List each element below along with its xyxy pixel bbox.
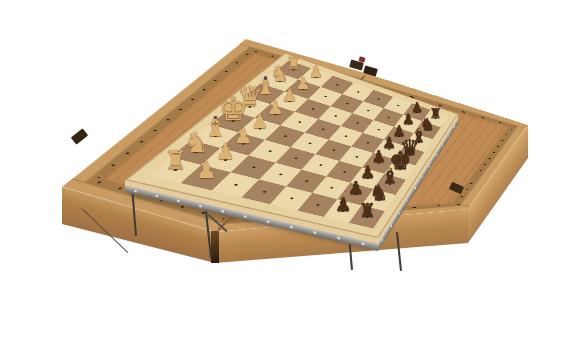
peg-hole bbox=[308, 142, 312, 144]
peg-hole bbox=[426, 129, 429, 131]
peg-hole bbox=[377, 199, 380, 201]
peg-hole bbox=[388, 148, 391, 150]
peg-hole bbox=[194, 151, 199, 153]
peg-hole bbox=[294, 157, 298, 159]
peg-hole bbox=[268, 150, 272, 152]
peg-hole bbox=[387, 116, 390, 118]
peg-hole bbox=[248, 106, 252, 108]
peg-hole bbox=[388, 183, 391, 185]
peg-hole bbox=[279, 173, 283, 175]
peg-hole bbox=[377, 98, 380, 100]
peg-hole bbox=[399, 168, 402, 170]
peg-hole bbox=[324, 96, 327, 98]
peg-hole bbox=[173, 169, 178, 172]
peg-hole bbox=[366, 177, 369, 179]
peg-hole bbox=[283, 135, 287, 137]
peg-hole bbox=[397, 105, 400, 107]
peg-hole bbox=[213, 135, 218, 137]
peg-hole bbox=[298, 121, 302, 123]
travel-chess-set-photo: ♜♞♝♛♚♝♞♜♟♟♟♟♟♟♟♟♟♟♟♟♟♟♟♟♜♞♝♛♚♝♞♜ bbox=[0, 0, 572, 361]
peg-hole bbox=[343, 171, 347, 173]
peg-hole bbox=[263, 93, 267, 95]
peg-hole bbox=[367, 110, 370, 112]
peg-hole bbox=[234, 184, 239, 187]
peg-hole bbox=[417, 142, 420, 144]
peg-hole bbox=[290, 197, 294, 199]
peg-hole bbox=[334, 115, 337, 117]
peg-hole bbox=[305, 180, 309, 182]
peg-hole bbox=[301, 88, 305, 90]
peg-hole bbox=[262, 190, 266, 192]
peg-hole bbox=[241, 143, 245, 145]
peg-hole bbox=[311, 108, 315, 110]
peg-hole bbox=[322, 128, 326, 130]
peg-hole bbox=[316, 204, 320, 206]
peg-hole bbox=[434, 118, 437, 120]
peg-hole bbox=[292, 69, 296, 71]
peg-hole bbox=[357, 91, 360, 93]
peg-hole bbox=[336, 84, 339, 86]
peg-hole bbox=[314, 77, 317, 79]
peg-hole bbox=[416, 111, 419, 113]
peg-hole bbox=[332, 149, 336, 151]
peg-hole bbox=[366, 142, 369, 144]
peg-hole bbox=[330, 187, 334, 189]
peg-hole bbox=[258, 128, 262, 130]
peg-hole bbox=[407, 123, 410, 125]
hinge-plate-icon bbox=[71, 128, 88, 144]
peg-hole bbox=[354, 193, 358, 195]
peg-hole bbox=[252, 166, 256, 168]
peg-hole bbox=[223, 159, 228, 161]
peg-hole bbox=[278, 80, 282, 82]
peg-hole bbox=[346, 103, 349, 105]
peg-hole bbox=[366, 216, 370, 218]
peg-hole bbox=[377, 162, 380, 164]
peg-hole bbox=[408, 155, 411, 157]
peg-hole bbox=[355, 156, 358, 158]
box-fold-seam-slit bbox=[211, 231, 219, 263]
peg-hole bbox=[377, 129, 380, 131]
peg-hole bbox=[204, 176, 209, 179]
peg-hole bbox=[273, 114, 277, 116]
peg-hole bbox=[288, 100, 292, 102]
peg-hole bbox=[341, 210, 345, 212]
peg-hole bbox=[398, 135, 401, 137]
peg-hole bbox=[344, 135, 347, 137]
peg-hole bbox=[231, 120, 235, 122]
peg-hole bbox=[356, 122, 359, 124]
peg-hole bbox=[319, 164, 323, 166]
